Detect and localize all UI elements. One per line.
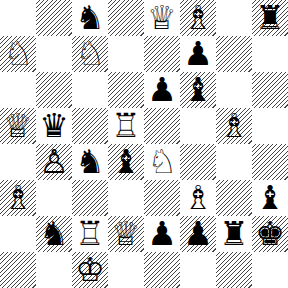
square-e1[interactable] [144,252,180,288]
black-bishop-piece: ♝ [111,144,141,180]
square-h2[interactable]: ♚ [252,216,288,252]
white-bishop-piece: ♗ [183,180,213,216]
black-pawn-piece: ♟ [183,216,213,252]
square-e4[interactable]: ♘ [144,144,180,180]
square-b5[interactable]: ♛ [36,108,72,144]
black-knight-piece: ♞ [39,216,69,252]
square-c7[interactable]: ♘ [72,36,108,72]
square-a5[interactable]: ♕ [0,108,36,144]
square-f7[interactable]: ♟ [180,36,216,72]
square-e5[interactable] [144,108,180,144]
white-bishop-piece: ♗ [219,108,249,144]
square-b8[interactable] [36,0,72,36]
square-f5[interactable] [180,108,216,144]
black-king-piece: ♚ [255,216,285,252]
square-a7[interactable]: ♘ [0,36,36,72]
white-king-piece: ♔ [75,252,105,288]
white-queen-piece: ♕ [3,108,33,144]
square-d5[interactable]: ♖ [108,108,144,144]
square-d3[interactable] [108,180,144,216]
white-rook-piece: ♖ [75,216,105,252]
square-g4[interactable] [216,144,252,180]
square-f2[interactable]: ♟ [180,216,216,252]
square-a4[interactable] [0,144,36,180]
square-h7[interactable] [252,36,288,72]
square-a6[interactable] [0,72,36,108]
square-e6[interactable]: ♟ [144,72,180,108]
white-bishop-piece: ♗ [183,0,213,36]
black-knight-piece: ♞ [75,144,105,180]
square-e8[interactable]: ♕ [144,0,180,36]
square-h1[interactable] [252,252,288,288]
square-a1[interactable] [0,252,36,288]
square-b7[interactable] [36,36,72,72]
white-queen-piece: ♕ [147,0,177,36]
square-b6[interactable] [36,72,72,108]
white-knight-piece: ♘ [3,36,33,72]
square-c1[interactable]: ♔ [72,252,108,288]
square-c5[interactable] [72,108,108,144]
square-a3[interactable]: ♗ [0,180,36,216]
white-queen-piece: ♕ [111,216,141,252]
square-e7[interactable] [144,36,180,72]
square-g8[interactable] [216,0,252,36]
square-f8[interactable]: ♗ [180,0,216,36]
square-g2[interactable]: ♜ [216,216,252,252]
black-rook-piece: ♜ [219,216,249,252]
square-c6[interactable] [72,72,108,108]
square-f3[interactable]: ♗ [180,180,216,216]
square-c2[interactable]: ♖ [72,216,108,252]
square-b2[interactable]: ♞ [36,216,72,252]
black-queen-piece: ♛ [39,108,69,144]
white-rook-piece: ♖ [111,108,141,144]
black-knight-piece: ♞ [75,0,105,36]
square-e3[interactable] [144,180,180,216]
square-c3[interactable] [72,180,108,216]
square-d7[interactable] [108,36,144,72]
square-h4[interactable] [252,144,288,180]
square-g7[interactable] [216,36,252,72]
black-rook-piece: ♜ [255,0,285,36]
square-d1[interactable] [108,252,144,288]
square-f4[interactable] [180,144,216,180]
square-f1[interactable] [180,252,216,288]
square-d8[interactable] [108,0,144,36]
white-bishop-piece: ♗ [3,180,33,216]
square-d6[interactable] [108,72,144,108]
black-bishop-piece: ♝ [183,72,213,108]
square-d4[interactable]: ♝ [108,144,144,180]
square-e2[interactable]: ♟ [144,216,180,252]
square-c8[interactable]: ♞ [72,0,108,36]
square-c4[interactable]: ♞ [72,144,108,180]
white-knight-piece: ♘ [75,36,105,72]
white-pawn-piece: ♙ [39,144,69,180]
square-g5[interactable]: ♗ [216,108,252,144]
white-knight-piece: ♘ [147,144,177,180]
square-a2[interactable] [0,216,36,252]
chess-board: ♞♕♗♜♘♘♟♟♝♕♛♖♗♙♞♝♘♗♗♝♞♖♕♟♟♜♚♔ [0,0,288,288]
black-bishop-piece: ♝ [255,180,285,216]
square-b4[interactable]: ♙ [36,144,72,180]
black-pawn-piece: ♟ [147,72,177,108]
square-d2[interactable]: ♕ [108,216,144,252]
square-g3[interactable] [216,180,252,216]
square-g6[interactable] [216,72,252,108]
square-a8[interactable] [0,0,36,36]
black-pawn-piece: ♟ [147,216,177,252]
square-f6[interactable]: ♝ [180,72,216,108]
square-g1[interactable] [216,252,252,288]
square-h8[interactable]: ♜ [252,0,288,36]
square-h5[interactable] [252,108,288,144]
black-pawn-piece: ♟ [183,36,213,72]
square-b1[interactable] [36,252,72,288]
square-h6[interactable] [252,72,288,108]
square-h3[interactable]: ♝ [252,180,288,216]
square-b3[interactable] [36,180,72,216]
